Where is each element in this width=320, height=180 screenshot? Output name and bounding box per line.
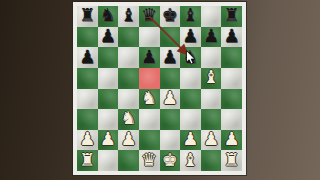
piece-white-pawn[interactable]: ♟ bbox=[79, 130, 95, 148]
square-e2[interactable] bbox=[160, 130, 181, 151]
square-g1[interactable] bbox=[201, 150, 222, 171]
piece-white-pawn[interactable]: ♟ bbox=[182, 130, 198, 148]
piece-black-queen[interactable]: ♛ bbox=[141, 6, 157, 24]
piece-white-queen[interactable]: ♛ bbox=[141, 151, 157, 169]
square-g4[interactable] bbox=[201, 89, 222, 110]
square-a3[interactable] bbox=[77, 109, 98, 130]
piece-black-pawn[interactable]: ♟ bbox=[79, 48, 95, 66]
piece-white-rook[interactable]: ♜ bbox=[79, 151, 95, 169]
square-h8[interactable]: ♜ bbox=[221, 6, 242, 27]
square-e4[interactable]: ♟ bbox=[160, 89, 181, 110]
square-b2[interactable]: ♟ bbox=[98, 130, 119, 151]
piece-black-pawn[interactable]: ♟ bbox=[182, 27, 198, 45]
square-f2[interactable]: ♟ bbox=[180, 130, 201, 151]
square-e5[interactable] bbox=[160, 68, 181, 89]
square-a8[interactable]: ♜ bbox=[77, 6, 98, 27]
square-f4[interactable] bbox=[180, 89, 201, 110]
square-e1[interactable]: ♚ bbox=[160, 150, 181, 171]
piece-white-pawn[interactable]: ♟ bbox=[162, 89, 178, 107]
square-g6[interactable] bbox=[201, 47, 222, 68]
piece-black-rook[interactable]: ♜ bbox=[224, 6, 240, 24]
square-h4[interactable] bbox=[221, 89, 242, 110]
square-d4[interactable]: ♞ bbox=[139, 89, 160, 110]
square-d5[interactable] bbox=[139, 68, 160, 89]
square-c6[interactable] bbox=[118, 47, 139, 68]
video-frame: ♜♞♝♛♚♝♜♟♟♟♟♟♟♟♞♝♞♟♞♟♟♟♟♟♟♜♛♚♝♜ bbox=[0, 0, 320, 180]
square-a2[interactable]: ♟ bbox=[77, 130, 98, 151]
piece-black-pawn[interactable]: ♟ bbox=[203, 27, 219, 45]
piece-white-pawn[interactable]: ♟ bbox=[203, 130, 219, 148]
piece-black-pawn[interactable]: ♟ bbox=[224, 27, 240, 45]
square-f7[interactable]: ♟ bbox=[180, 27, 201, 48]
square-h5[interactable] bbox=[221, 68, 242, 89]
square-b6[interactable] bbox=[98, 47, 119, 68]
piece-black-pawn[interactable]: ♟ bbox=[100, 27, 116, 45]
piece-black-pawn[interactable]: ♟ bbox=[162, 48, 178, 66]
square-d2[interactable] bbox=[139, 130, 160, 151]
square-c4[interactable] bbox=[118, 89, 139, 110]
piece-white-pawn[interactable]: ♟ bbox=[100, 130, 116, 148]
square-c8[interactable]: ♝ bbox=[118, 6, 139, 27]
square-f5[interactable] bbox=[180, 68, 201, 89]
square-f1[interactable]: ♝ bbox=[180, 150, 201, 171]
square-h7[interactable]: ♟ bbox=[221, 27, 242, 48]
square-c2[interactable]: ♟ bbox=[118, 130, 139, 151]
piece-black-knight[interactable]: ♞ bbox=[182, 48, 198, 66]
piece-black-bishop[interactable]: ♝ bbox=[182, 6, 198, 24]
square-g5[interactable]: ♝ bbox=[201, 68, 222, 89]
square-b1[interactable] bbox=[98, 150, 119, 171]
square-b7[interactable]: ♟ bbox=[98, 27, 119, 48]
square-b4[interactable] bbox=[98, 89, 119, 110]
square-a7[interactable] bbox=[77, 27, 98, 48]
piece-white-pawn[interactable]: ♟ bbox=[224, 130, 240, 148]
square-c5[interactable] bbox=[118, 68, 139, 89]
square-f3[interactable] bbox=[180, 109, 201, 130]
square-h3[interactable] bbox=[221, 109, 242, 130]
piece-white-knight[interactable]: ♞ bbox=[141, 89, 157, 107]
square-e8[interactable]: ♚ bbox=[160, 6, 181, 27]
square-e7[interactable] bbox=[160, 27, 181, 48]
square-d7[interactable] bbox=[139, 27, 160, 48]
square-a6[interactable]: ♟ bbox=[77, 47, 98, 68]
piece-white-pawn[interactable]: ♟ bbox=[120, 130, 136, 148]
square-d8[interactable]: ♛ bbox=[139, 6, 160, 27]
square-a4[interactable] bbox=[77, 89, 98, 110]
square-d1[interactable]: ♛ bbox=[139, 150, 160, 171]
square-c7[interactable] bbox=[118, 27, 139, 48]
piece-white-knight[interactable]: ♞ bbox=[120, 109, 136, 127]
square-h1[interactable]: ♜ bbox=[221, 150, 242, 171]
square-g3[interactable] bbox=[201, 109, 222, 130]
square-b8[interactable]: ♞ bbox=[98, 6, 119, 27]
piece-white-bishop[interactable]: ♝ bbox=[182, 151, 198, 169]
square-g2[interactable]: ♟ bbox=[201, 130, 222, 151]
piece-white-bishop[interactable]: ♝ bbox=[203, 68, 219, 86]
piece-black-king[interactable]: ♚ bbox=[162, 6, 178, 24]
piece-white-rook[interactable]: ♜ bbox=[224, 151, 240, 169]
square-b5[interactable] bbox=[98, 68, 119, 89]
square-c1[interactable] bbox=[118, 150, 139, 171]
square-e3[interactable] bbox=[160, 109, 181, 130]
square-f6[interactable]: ♞ bbox=[180, 47, 201, 68]
square-e6[interactable]: ♟ bbox=[160, 47, 181, 68]
piece-black-bishop[interactable]: ♝ bbox=[120, 6, 136, 24]
square-a1[interactable]: ♜ bbox=[77, 150, 98, 171]
square-a5[interactable] bbox=[77, 68, 98, 89]
piece-black-pawn[interactable]: ♟ bbox=[141, 48, 157, 66]
chess-board: ♜♞♝♛♚♝♜♟♟♟♟♟♟♟♞♝♞♟♞♟♟♟♟♟♟♜♛♚♝♜ bbox=[77, 6, 242, 171]
square-h2[interactable]: ♟ bbox=[221, 130, 242, 151]
square-d3[interactable] bbox=[139, 109, 160, 130]
square-g7[interactable]: ♟ bbox=[201, 27, 222, 48]
square-g8[interactable] bbox=[201, 6, 222, 27]
square-d6[interactable]: ♟ bbox=[139, 47, 160, 68]
piece-white-king[interactable]: ♚ bbox=[162, 151, 178, 169]
square-h6[interactable] bbox=[221, 47, 242, 68]
square-c3[interactable]: ♞ bbox=[118, 109, 139, 130]
board-frame: ♜♞♝♛♚♝♜♟♟♟♟♟♟♟♞♝♞♟♞♟♟♟♟♟♟♜♛♚♝♜ bbox=[73, 2, 246, 175]
square-f8[interactable]: ♝ bbox=[180, 6, 201, 27]
piece-black-knight[interactable]: ♞ bbox=[100, 6, 116, 24]
square-b3[interactable] bbox=[98, 109, 119, 130]
piece-black-rook[interactable]: ♜ bbox=[79, 6, 95, 24]
